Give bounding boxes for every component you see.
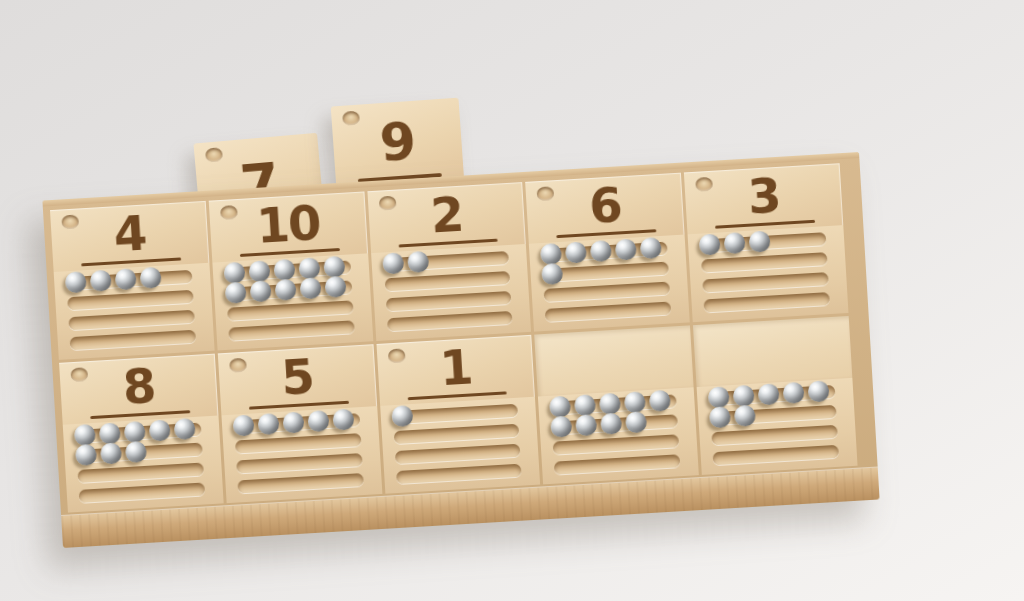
steel-ball[interactable] bbox=[115, 268, 137, 290]
steel-ball[interactable] bbox=[649, 390, 671, 412]
steel-ball[interactable] bbox=[65, 271, 87, 293]
number-tile-8[interactable]: 8 bbox=[59, 354, 218, 425]
groove bbox=[77, 462, 203, 482]
ball-tray bbox=[538, 387, 699, 484]
groove bbox=[712, 425, 838, 445]
number-tile-1[interactable]: 1 bbox=[376, 335, 535, 406]
steel-ball[interactable] bbox=[783, 382, 805, 404]
steel-ball[interactable] bbox=[599, 393, 621, 415]
steel-ball[interactable] bbox=[625, 411, 647, 433]
wooden-tray: 410263851 bbox=[42, 152, 879, 548]
steel-ball[interactable] bbox=[298, 257, 320, 279]
tile-number: 8 bbox=[59, 354, 218, 419]
number-tile-2[interactable]: 2 bbox=[367, 182, 526, 253]
steel-ball[interactable] bbox=[149, 419, 171, 441]
steel-ball[interactable] bbox=[549, 396, 571, 418]
steel-ball[interactable] bbox=[391, 405, 413, 427]
ball-tray bbox=[221, 406, 382, 503]
groove bbox=[67, 290, 193, 310]
groove bbox=[237, 473, 363, 493]
board-cell-r1c3: 2 bbox=[367, 182, 531, 341]
tile-number: 2 bbox=[367, 182, 526, 247]
number-tile-3[interactable]: 3 bbox=[684, 163, 843, 234]
steel-ball[interactable] bbox=[224, 282, 246, 304]
tile-number: 5 bbox=[218, 344, 377, 409]
groove bbox=[393, 424, 519, 444]
steel-ball[interactable] bbox=[574, 394, 596, 416]
groove bbox=[228, 320, 354, 340]
groove bbox=[544, 282, 670, 302]
board-cell-r2c3: 1 bbox=[376, 335, 540, 494]
steel-ball[interactable] bbox=[709, 406, 731, 428]
tile-number: 4 bbox=[50, 201, 209, 266]
groove bbox=[227, 300, 353, 320]
ball-tray bbox=[380, 397, 541, 494]
steel-ball[interactable] bbox=[125, 441, 147, 463]
steel-ball[interactable] bbox=[590, 240, 612, 262]
steel-ball[interactable] bbox=[749, 230, 771, 252]
groove bbox=[701, 252, 827, 272]
groove bbox=[704, 292, 830, 312]
groove bbox=[554, 454, 680, 474]
groove bbox=[553, 434, 679, 454]
board-cell-r1c5: 3 bbox=[684, 163, 848, 322]
board-cell-r2c4 bbox=[535, 325, 699, 484]
steel-ball[interactable] bbox=[174, 418, 196, 440]
board-cell-r1c4: 6 bbox=[526, 173, 690, 332]
groove bbox=[713, 445, 839, 465]
board-grid: 410263851 bbox=[50, 163, 858, 512]
steel-ball[interactable] bbox=[299, 277, 321, 299]
tile-number: 10 bbox=[208, 191, 367, 256]
steel-ball[interactable] bbox=[124, 421, 146, 443]
number-tile-6[interactable]: 6 bbox=[526, 173, 685, 244]
steel-ball[interactable] bbox=[541, 263, 563, 285]
board-cell-r1c1: 4 bbox=[50, 201, 214, 360]
steel-ball[interactable] bbox=[808, 380, 830, 402]
steel-ball[interactable] bbox=[758, 383, 780, 405]
groove bbox=[236, 453, 362, 473]
ball-tray bbox=[688, 225, 849, 322]
steel-ball[interactable] bbox=[274, 279, 296, 301]
steel-ball[interactable] bbox=[99, 422, 121, 444]
steel-ball[interactable] bbox=[733, 385, 755, 407]
ball-tray bbox=[371, 244, 532, 341]
steel-ball[interactable] bbox=[332, 409, 354, 431]
steel-ball[interactable] bbox=[615, 238, 637, 260]
steel-ball[interactable] bbox=[232, 414, 254, 436]
steel-ball[interactable] bbox=[74, 424, 96, 446]
steel-ball[interactable] bbox=[273, 259, 295, 281]
tile-number: 6 bbox=[526, 173, 685, 238]
groove bbox=[387, 311, 513, 331]
board-cell-r2c2: 5 bbox=[218, 344, 382, 503]
groove bbox=[235, 433, 361, 453]
steel-ball[interactable] bbox=[223, 262, 245, 284]
board-cell-r2c1: 8 bbox=[59, 354, 223, 513]
groove bbox=[702, 272, 828, 292]
steel-ball[interactable] bbox=[724, 232, 746, 254]
groove bbox=[385, 291, 511, 311]
counting-tray-board: 410263851 bbox=[42, 152, 879, 548]
ball-tray bbox=[529, 235, 690, 332]
empty-tile-slot[interactable] bbox=[535, 325, 694, 396]
board-cell-r1c2: 10 bbox=[208, 191, 372, 350]
steel-ball[interactable] bbox=[565, 241, 587, 263]
tile-number: 1 bbox=[376, 335, 535, 400]
studio-background: 7 9 410263851 bbox=[0, 0, 1024, 601]
steel-ball[interactable] bbox=[140, 267, 162, 289]
groove bbox=[545, 301, 671, 321]
steel-ball[interactable] bbox=[540, 243, 562, 265]
steel-ball[interactable] bbox=[307, 410, 329, 432]
steel-ball[interactable] bbox=[600, 413, 622, 435]
empty-tile-slot[interactable] bbox=[693, 316, 852, 387]
number-tile-5[interactable]: 5 bbox=[218, 344, 377, 415]
steel-ball[interactable] bbox=[624, 391, 646, 413]
groove bbox=[68, 310, 194, 330]
ball-tray bbox=[63, 416, 224, 513]
steel-ball[interactable] bbox=[282, 411, 304, 433]
steel-ball[interactable] bbox=[699, 233, 721, 255]
groove bbox=[394, 444, 520, 464]
groove bbox=[396, 464, 522, 484]
steel-ball[interactable] bbox=[734, 405, 756, 427]
steel-ball[interactable] bbox=[323, 256, 345, 278]
steel-ball[interactable] bbox=[75, 444, 97, 466]
groove bbox=[70, 330, 196, 350]
steel-ball[interactable] bbox=[100, 442, 122, 464]
groove bbox=[79, 482, 205, 502]
steel-ball[interactable] bbox=[551, 416, 573, 438]
groove bbox=[384, 271, 510, 291]
steel-ball[interactable] bbox=[324, 276, 346, 298]
steel-ball[interactable] bbox=[708, 386, 730, 408]
tile-number: 3 bbox=[684, 163, 843, 228]
steel-ball[interactable] bbox=[90, 270, 112, 292]
steel-ball[interactable] bbox=[248, 260, 270, 282]
number-tile-10[interactable]: 10 bbox=[208, 191, 367, 262]
board-cell-r2c5 bbox=[693, 316, 857, 475]
number-tile-4[interactable]: 4 bbox=[50, 201, 209, 272]
steel-ball[interactable] bbox=[382, 252, 404, 274]
steel-ball[interactable] bbox=[249, 280, 271, 302]
steel-ball[interactable] bbox=[257, 413, 279, 435]
ball-tray bbox=[54, 263, 215, 360]
ball-tray bbox=[212, 253, 373, 350]
steel-ball[interactable] bbox=[640, 237, 662, 259]
ball-tray bbox=[697, 378, 858, 475]
steel-ball[interactable] bbox=[575, 414, 597, 436]
